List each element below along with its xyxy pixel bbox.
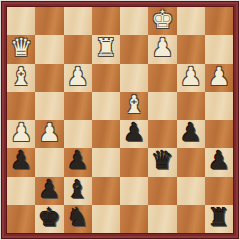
square-b1[interactable]: ♚	[35, 205, 63, 233]
square-g2[interactable]	[177, 177, 205, 205]
piece-white-queen-a7: ♛	[10, 35, 32, 62]
square-a7[interactable]: ♛	[7, 35, 35, 63]
square-c1[interactable]: ♞	[64, 205, 92, 233]
square-c5[interactable]	[64, 92, 92, 120]
square-d2[interactable]	[92, 177, 120, 205]
square-e2[interactable]	[120, 177, 148, 205]
square-a5[interactable]	[7, 92, 35, 120]
piece-black-king-b1: ♚	[38, 205, 60, 232]
square-a6[interactable]: ♝	[7, 64, 35, 92]
piece-white-pawn-f7: ♟	[151, 35, 173, 62]
square-h8[interactable]	[205, 7, 233, 35]
square-f8[interactable]: ♚	[148, 7, 176, 35]
piece-white-pawn-b4: ♟	[38, 120, 60, 147]
square-f6[interactable]	[148, 64, 176, 92]
square-f3[interactable]: ♛	[148, 148, 176, 176]
square-d7[interactable]: ♜	[92, 35, 120, 63]
square-d6[interactable]	[92, 64, 120, 92]
square-e5[interactable]: ♝	[120, 92, 148, 120]
square-e7[interactable]	[120, 35, 148, 63]
square-b7[interactable]	[35, 35, 63, 63]
square-e4[interactable]: ♟	[120, 120, 148, 148]
piece-black-pawn-g4: ♟	[179, 120, 201, 147]
piece-white-pawn-a4: ♟	[10, 120, 32, 147]
piece-black-pawn-e4: ♟	[123, 120, 145, 147]
square-d8[interactable]	[92, 7, 120, 35]
square-d1[interactable]	[92, 205, 120, 233]
square-c2[interactable]: ♝	[64, 177, 92, 205]
square-b8[interactable]	[35, 7, 63, 35]
square-d4[interactable]	[92, 120, 120, 148]
square-d3[interactable]	[92, 148, 120, 176]
piece-white-pawn-c6: ♟	[66, 64, 88, 91]
square-b4[interactable]: ♟	[35, 120, 63, 148]
piece-black-pawn-a3: ♟	[10, 148, 32, 175]
piece-white-bishop-a6: ♝	[10, 64, 32, 91]
square-g6[interactable]: ♟	[177, 64, 205, 92]
square-b2[interactable]: ♟	[35, 177, 63, 205]
square-h2[interactable]	[205, 177, 233, 205]
square-g8[interactable]	[177, 7, 205, 35]
square-g5[interactable]	[177, 92, 205, 120]
square-c6[interactable]: ♟	[64, 64, 92, 92]
square-h1[interactable]: ♜	[205, 205, 233, 233]
piece-white-pawn-g6: ♟	[179, 64, 201, 91]
square-e3[interactable]	[120, 148, 148, 176]
piece-black-pawn-c3: ♟	[66, 148, 88, 175]
square-a2[interactable]	[7, 177, 35, 205]
square-a8[interactable]	[7, 7, 35, 35]
square-h3[interactable]: ♟	[205, 148, 233, 176]
square-a4[interactable]: ♟	[7, 120, 35, 148]
square-g3[interactable]	[177, 148, 205, 176]
square-h7[interactable]	[205, 35, 233, 63]
piece-black-bishop-c2: ♝	[66, 177, 88, 204]
square-d5[interactable]	[92, 92, 120, 120]
piece-white-king-f8: ♚	[151, 7, 173, 34]
square-f4[interactable]	[148, 120, 176, 148]
piece-black-pawn-b2: ♟	[38, 177, 60, 204]
square-c3[interactable]: ♟	[64, 148, 92, 176]
square-g7[interactable]	[177, 35, 205, 63]
square-g1[interactable]	[177, 205, 205, 233]
square-h4[interactable]	[205, 120, 233, 148]
square-g4[interactable]: ♟	[177, 120, 205, 148]
piece-black-pawn-h3: ♟	[208, 148, 230, 175]
square-f2[interactable]	[148, 177, 176, 205]
square-a1[interactable]	[7, 205, 35, 233]
square-e1[interactable]	[120, 205, 148, 233]
piece-white-pawn-h6: ♟	[208, 64, 230, 91]
square-b5[interactable]	[35, 92, 63, 120]
square-h5[interactable]	[205, 92, 233, 120]
piece-black-queen-f3: ♛	[151, 148, 173, 175]
board-frame: ♚♛♜♟♝♟♟♟♝♟♟♟♟♟♟♛♟♟♝♚♞♜	[0, 0, 240, 240]
square-f1[interactable]	[148, 205, 176, 233]
piece-black-rook-h1: ♜	[208, 205, 230, 232]
piece-white-bishop-e5: ♝	[123, 92, 145, 119]
square-f5[interactable]	[148, 92, 176, 120]
square-c8[interactable]	[64, 7, 92, 35]
square-h6[interactable]: ♟	[205, 64, 233, 92]
square-f7[interactable]: ♟	[148, 35, 176, 63]
square-c4[interactable]	[64, 120, 92, 148]
square-b6[interactable]	[35, 64, 63, 92]
chess-board: ♚♛♜♟♝♟♟♟♝♟♟♟♟♟♟♛♟♟♝♚♞♜	[7, 7, 233, 233]
square-c7[interactable]	[64, 35, 92, 63]
square-e6[interactable]	[120, 64, 148, 92]
piece-white-rook-d7: ♜	[95, 35, 117, 62]
square-b3[interactable]	[35, 148, 63, 176]
square-e8[interactable]	[120, 7, 148, 35]
square-a3[interactable]: ♟	[7, 148, 35, 176]
piece-black-knight-c1: ♞	[66, 205, 88, 232]
